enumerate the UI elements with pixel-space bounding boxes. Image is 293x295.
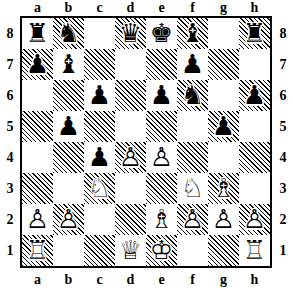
square-h7[interactable] bbox=[239, 49, 270, 80]
piece-black-knight-f6: ♞♞ bbox=[177, 80, 208, 111]
square-g5[interactable]: ♟♟ bbox=[208, 111, 239, 142]
piece-black-rook-a8: ♜♜ bbox=[22, 18, 53, 49]
piece-black-pawn-c4: ♟♟ bbox=[84, 142, 115, 173]
square-g1[interactable] bbox=[208, 235, 239, 266]
file-label-top-c: c bbox=[84, 0, 115, 16]
rank-label-left-7: 7 bbox=[0, 49, 20, 80]
white-pawn-icon: ♙ bbox=[239, 204, 270, 235]
white-pawn-icon: ♙ bbox=[53, 204, 84, 235]
black-rook-icon: ♜ bbox=[239, 18, 270, 49]
white-rook-icon: ♖ bbox=[239, 235, 270, 266]
piece-black-bishop-b7: ♝♝ bbox=[53, 49, 84, 80]
square-h4[interactable] bbox=[239, 142, 270, 173]
piece-black-pawn-b5: ♟♟ bbox=[53, 111, 84, 142]
square-b3[interactable] bbox=[53, 173, 84, 204]
rank-label-right-8: 8 bbox=[273, 18, 293, 49]
white-pawn-icon: ♙ bbox=[208, 204, 239, 235]
square-h6[interactable]: ♟♟ bbox=[239, 80, 270, 111]
square-e2[interactable]: ♝♗ bbox=[146, 204, 177, 235]
file-label-top-h: h bbox=[239, 0, 270, 16]
white-knight-icon: ♘ bbox=[177, 173, 208, 204]
square-c3[interactable]: ♞♘ bbox=[84, 173, 115, 204]
piece-white-pawn-a2: ♟♙ bbox=[22, 204, 53, 235]
square-g2[interactable]: ♟♙ bbox=[208, 204, 239, 235]
piece-black-rook-h8: ♜♜ bbox=[239, 18, 270, 49]
rank-label-left-8: 8 bbox=[0, 18, 20, 49]
square-e8[interactable]: ♚♚ bbox=[146, 18, 177, 49]
piece-white-queen-d1: ♛♕ bbox=[115, 235, 146, 266]
square-f1[interactable] bbox=[177, 235, 208, 266]
white-pawn-icon: ♙ bbox=[115, 142, 146, 173]
black-pawn-icon: ♟ bbox=[84, 80, 115, 111]
piece-white-pawn-b2: ♟♙ bbox=[53, 204, 84, 235]
piece-white-rook-h1: ♜♖ bbox=[239, 235, 270, 266]
square-h1[interactable]: ♜♖ bbox=[239, 235, 270, 266]
piece-white-bishop-g3: ♝♗ bbox=[208, 173, 239, 204]
square-a2[interactable]: ♟♙ bbox=[22, 204, 53, 235]
square-e4[interactable]: ♟♙ bbox=[146, 142, 177, 173]
square-c2[interactable] bbox=[84, 204, 115, 235]
rank-label-left-2: 2 bbox=[0, 204, 20, 235]
piece-white-king-e1: ♚♔ bbox=[146, 235, 177, 266]
white-queen-icon: ♕ bbox=[115, 235, 146, 266]
piece-black-pawn-c6: ♟♟ bbox=[84, 80, 115, 111]
file-label-bottom-b: b bbox=[53, 272, 84, 288]
square-d4[interactable]: ♟♙ bbox=[115, 142, 146, 173]
piece-white-pawn-g2: ♟♙ bbox=[208, 204, 239, 235]
rank-label-left-5: 5 bbox=[0, 111, 20, 142]
white-rook-icon: ♖ bbox=[22, 235, 53, 266]
square-a5[interactable] bbox=[22, 111, 53, 142]
square-f2[interactable]: ♟♙ bbox=[177, 204, 208, 235]
square-e3[interactable] bbox=[146, 173, 177, 204]
file-label-bottom-d: d bbox=[115, 272, 146, 288]
square-f5[interactable] bbox=[177, 111, 208, 142]
file-label-top-e: e bbox=[146, 0, 177, 16]
white-king-icon: ♔ bbox=[146, 235, 177, 266]
file-label-top-f: f bbox=[177, 0, 208, 16]
file-label-top-b: b bbox=[53, 0, 84, 16]
square-f4[interactable] bbox=[177, 142, 208, 173]
piece-black-pawn-e6: ♟♟ bbox=[146, 80, 177, 111]
rank-label-right-2: 2 bbox=[273, 204, 293, 235]
square-b8[interactable]: ♞♞ bbox=[53, 18, 84, 49]
square-d6[interactable] bbox=[115, 80, 146, 111]
black-pawn-icon: ♟ bbox=[146, 80, 177, 111]
square-e6[interactable]: ♟♟ bbox=[146, 80, 177, 111]
file-label-bottom-c: c bbox=[84, 272, 115, 288]
piece-white-pawn-h2: ♟♙ bbox=[239, 204, 270, 235]
square-b5[interactable]: ♟♟ bbox=[53, 111, 84, 142]
square-a4[interactable] bbox=[22, 142, 53, 173]
square-c5[interactable] bbox=[84, 111, 115, 142]
black-pawn-icon: ♟ bbox=[177, 49, 208, 80]
piece-black-knight-b8: ♞♞ bbox=[53, 18, 84, 49]
white-bishop-icon: ♗ bbox=[208, 173, 239, 204]
white-bishop-icon: ♗ bbox=[146, 204, 177, 235]
square-c4[interactable]: ♟♟ bbox=[84, 142, 115, 173]
piece-white-pawn-e4: ♟♙ bbox=[146, 142, 177, 173]
black-king-icon: ♚ bbox=[146, 18, 177, 49]
white-pawn-icon: ♙ bbox=[177, 204, 208, 235]
square-e5[interactable] bbox=[146, 111, 177, 142]
square-c1[interactable] bbox=[84, 235, 115, 266]
square-f8[interactable]: ♝♝ bbox=[177, 18, 208, 49]
square-f6[interactable]: ♞♞ bbox=[177, 80, 208, 111]
square-a8[interactable]: ♜♜ bbox=[22, 18, 53, 49]
piece-white-pawn-f2: ♟♙ bbox=[177, 204, 208, 235]
square-d1[interactable]: ♛♕ bbox=[115, 235, 146, 266]
black-knight-icon: ♞ bbox=[177, 80, 208, 111]
rank-label-right-5: 5 bbox=[273, 111, 293, 142]
black-pawn-icon: ♟ bbox=[84, 142, 115, 173]
rank-label-right-1: 1 bbox=[273, 235, 293, 266]
square-e1[interactable]: ♚♔ bbox=[146, 235, 177, 266]
piece-black-pawn-g5: ♟♟ bbox=[208, 111, 239, 142]
square-d5[interactable] bbox=[115, 111, 146, 142]
file-label-top-g: g bbox=[208, 0, 239, 16]
square-a1[interactable]: ♜♖ bbox=[22, 235, 53, 266]
square-e7[interactable] bbox=[146, 49, 177, 80]
square-c7[interactable] bbox=[84, 49, 115, 80]
square-f3[interactable]: ♞♘ bbox=[177, 173, 208, 204]
piece-white-knight-f3: ♞♘ bbox=[177, 173, 208, 204]
square-b7[interactable]: ♝♝ bbox=[53, 49, 84, 80]
square-g7[interactable] bbox=[208, 49, 239, 80]
square-f7[interactable]: ♟♟ bbox=[177, 49, 208, 80]
black-bishop-icon: ♝ bbox=[177, 18, 208, 49]
square-d7[interactable] bbox=[115, 49, 146, 80]
piece-black-pawn-f7: ♟♟ bbox=[177, 49, 208, 80]
file-label-bottom-h: h bbox=[239, 272, 270, 288]
rank-label-left-4: 4 bbox=[0, 142, 20, 173]
black-pawn-icon: ♟ bbox=[22, 49, 53, 80]
square-d3[interactable] bbox=[115, 173, 146, 204]
file-label-bottom-f: f bbox=[177, 272, 208, 288]
square-h3[interactable] bbox=[239, 173, 270, 204]
file-label-bottom-a: a bbox=[22, 272, 53, 288]
piece-white-knight-c3: ♞♘ bbox=[84, 173, 115, 204]
square-b1[interactable] bbox=[53, 235, 84, 266]
black-pawn-icon: ♟ bbox=[239, 80, 270, 111]
square-c8[interactable] bbox=[84, 18, 115, 49]
white-knight-icon: ♘ bbox=[84, 173, 115, 204]
piece-black-pawn-a7: ♟♟ bbox=[22, 49, 53, 80]
black-bishop-icon: ♝ bbox=[53, 49, 84, 80]
square-b4[interactable] bbox=[53, 142, 84, 173]
square-h5[interactable] bbox=[239, 111, 270, 142]
chess-board: ♜♜♞♞♛♛♚♚♝♝♜♜♟♟♝♝♟♟♟♟♟♟♞♞♟♟♟♟♟♟♟♟♟♙♟♙♞♘♞♘… bbox=[20, 16, 272, 268]
piece-white-pawn-d4: ♟♙ bbox=[115, 142, 146, 173]
rank-label-right-7: 7 bbox=[273, 49, 293, 80]
black-pawn-icon: ♟ bbox=[208, 111, 239, 142]
square-b2[interactable]: ♟♙ bbox=[53, 204, 84, 235]
square-g6[interactable] bbox=[208, 80, 239, 111]
piece-black-king-e8: ♚♚ bbox=[146, 18, 177, 49]
rank-label-right-3: 3 bbox=[273, 173, 293, 204]
white-pawn-icon: ♙ bbox=[22, 204, 53, 235]
black-rook-icon: ♜ bbox=[22, 18, 53, 49]
piece-black-pawn-h6: ♟♟ bbox=[239, 80, 270, 111]
file-label-top-a: a bbox=[22, 0, 53, 16]
chess-diagram: ♜♜♞♞♛♛♚♚♝♝♜♜♟♟♝♝♟♟♟♟♟♟♞♞♟♟♟♟♟♟♟♟♟♙♟♙♞♘♞♘… bbox=[0, 0, 293, 295]
rank-label-right-6: 6 bbox=[273, 80, 293, 111]
rank-label-left-3: 3 bbox=[0, 173, 20, 204]
square-g4[interactable] bbox=[208, 142, 239, 173]
rank-label-left-1: 1 bbox=[0, 235, 20, 266]
black-pawn-icon: ♟ bbox=[53, 111, 84, 142]
square-h2[interactable]: ♟♙ bbox=[239, 204, 270, 235]
piece-white-bishop-e2: ♝♗ bbox=[146, 204, 177, 235]
square-h8[interactable]: ♜♜ bbox=[239, 18, 270, 49]
square-a3[interactable] bbox=[22, 173, 53, 204]
rank-label-right-4: 4 bbox=[273, 142, 293, 173]
rank-label-left-6: 6 bbox=[0, 80, 20, 111]
white-pawn-icon: ♙ bbox=[146, 142, 177, 173]
black-queen-icon: ♛ bbox=[115, 18, 146, 49]
square-d8[interactable]: ♛♛ bbox=[115, 18, 146, 49]
file-label-bottom-e: e bbox=[146, 272, 177, 288]
square-b6[interactable] bbox=[53, 80, 84, 111]
file-label-top-d: d bbox=[115, 0, 146, 16]
black-knight-icon: ♞ bbox=[53, 18, 84, 49]
square-g8[interactable] bbox=[208, 18, 239, 49]
square-a6[interactable] bbox=[22, 80, 53, 111]
piece-white-rook-a1: ♜♖ bbox=[22, 235, 53, 266]
file-label-bottom-g: g bbox=[208, 272, 239, 288]
piece-black-queen-d8: ♛♛ bbox=[115, 18, 146, 49]
square-a7[interactable]: ♟♟ bbox=[22, 49, 53, 80]
square-d2[interactable] bbox=[115, 204, 146, 235]
square-c6[interactable]: ♟♟ bbox=[84, 80, 115, 111]
piece-black-bishop-f8: ♝♝ bbox=[177, 18, 208, 49]
square-g3[interactable]: ♝♗ bbox=[208, 173, 239, 204]
